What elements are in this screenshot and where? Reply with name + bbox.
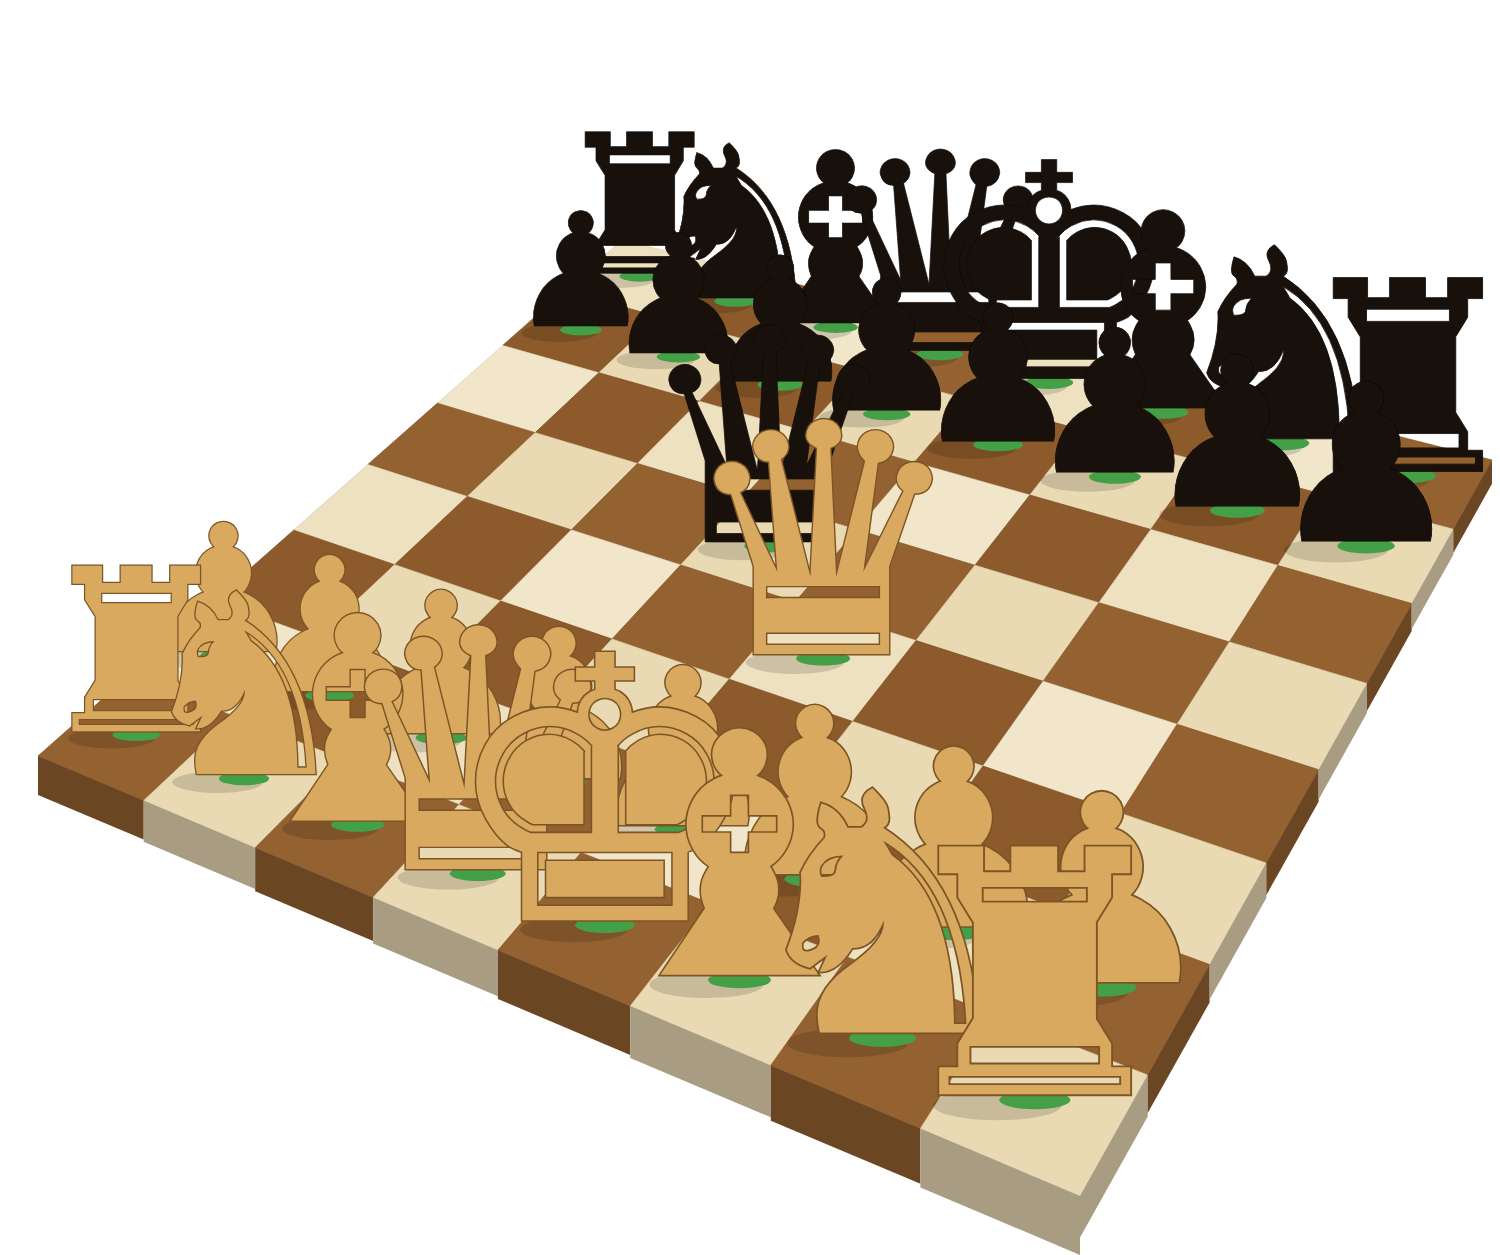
piece-white-rook-h1: ♜: [883, 779, 1187, 1174]
chess-product-photo: ♜♞♝♟♛♟♚♟♝♟♞♟♜♟♟♛♟♟♛♟♜♟♞♟♝♟♛♟♚♟♝♟♞♜ rnbqk…: [0, 0, 1500, 1255]
piece-black-pawn-h7: ♟: [1268, 338, 1464, 593]
black-pawn-glyph: ♟: [1268, 338, 1464, 593]
board-scene-svg: ♜♞♝♟♛♟♚♟♝♟♞♟♜♟♟♛♟♟♛♟♜♟♞♟♝♟♛♟♚♟♝♟♞♜: [0, 0, 1500, 1255]
white-rook-glyph: ♜: [883, 779, 1187, 1174]
